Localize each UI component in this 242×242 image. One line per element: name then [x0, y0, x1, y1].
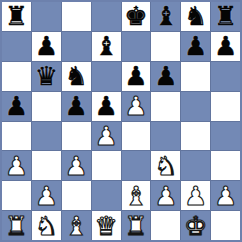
piece-white-knight[interactable]: ♞	[154, 153, 177, 179]
square-f6[interactable]: ♟	[151, 62, 180, 91]
square-e5[interactable]: ♟	[122, 92, 151, 121]
piece-white-queen[interactable]: ♛	[94, 213, 117, 239]
piece-black-rook[interactable]: ♜	[214, 3, 237, 29]
square-c3[interactable]: ♟	[62, 151, 91, 180]
square-b8[interactable]	[32, 2, 61, 31]
square-f7[interactable]	[151, 32, 180, 61]
square-c8[interactable]	[62, 2, 91, 31]
square-a6[interactable]	[2, 62, 31, 91]
piece-black-queen[interactable]: ♛	[35, 63, 58, 89]
square-d8[interactable]	[92, 2, 121, 31]
square-c6[interactable]: ♞	[62, 62, 91, 91]
square-e1[interactable]: ♜	[122, 211, 151, 240]
piece-black-pawn[interactable]: ♟	[94, 93, 117, 119]
square-h1[interactable]	[211, 211, 240, 240]
piece-white-pawn[interactable]: ♟	[94, 123, 117, 149]
square-e4[interactable]	[122, 122, 151, 151]
square-d1[interactable]: ♛	[92, 211, 121, 240]
square-c7[interactable]	[62, 32, 91, 61]
square-b1[interactable]: ♞	[32, 211, 61, 240]
square-c5[interactable]: ♟	[62, 92, 91, 121]
piece-black-pawn[interactable]: ♟	[124, 63, 147, 89]
square-f5[interactable]	[151, 92, 180, 121]
square-d5[interactable]: ♟	[92, 92, 121, 121]
square-c4[interactable]	[62, 122, 91, 151]
square-a8[interactable]: ♜	[2, 2, 31, 31]
piece-white-pawn[interactable]: ♟	[214, 183, 237, 209]
square-g8[interactable]: ♞	[181, 2, 210, 31]
square-c1[interactable]: ♝	[62, 211, 91, 240]
piece-white-bishop[interactable]: ♝	[124, 183, 147, 209]
square-e2[interactable]: ♝	[122, 181, 151, 210]
piece-black-knight[interactable]: ♞	[65, 63, 88, 89]
square-b2[interactable]: ♟	[32, 181, 61, 210]
square-d3[interactable]	[92, 151, 121, 180]
piece-black-pawn[interactable]: ♟	[154, 63, 177, 89]
piece-black-bishop[interactable]: ♝	[94, 33, 117, 59]
piece-black-pawn[interactable]: ♟	[35, 33, 58, 59]
piece-white-king[interactable]: ♚	[184, 213, 207, 239]
piece-white-knight[interactable]: ♞	[35, 213, 58, 239]
square-a2[interactable]	[2, 181, 31, 210]
piece-black-knight[interactable]: ♞	[184, 3, 207, 29]
piece-black-pawn[interactable]: ♟	[214, 33, 237, 59]
square-f4[interactable]	[151, 122, 180, 151]
square-d7[interactable]: ♝	[92, 32, 121, 61]
piece-black-king[interactable]: ♚	[124, 3, 147, 29]
piece-white-rook[interactable]: ♜	[5, 213, 28, 239]
square-g2[interactable]: ♟	[181, 181, 210, 210]
square-d6[interactable]	[92, 62, 121, 91]
square-d4[interactable]: ♟	[92, 122, 121, 151]
square-a7[interactable]	[2, 32, 31, 61]
square-g7[interactable]: ♟	[181, 32, 210, 61]
square-h2[interactable]: ♟	[211, 181, 240, 210]
square-g1[interactable]: ♚	[181, 211, 210, 240]
square-h5[interactable]	[211, 92, 240, 121]
square-f3[interactable]: ♞	[151, 151, 180, 180]
square-a3[interactable]: ♟	[2, 151, 31, 180]
square-g4[interactable]	[181, 122, 210, 151]
square-h4[interactable]	[211, 122, 240, 151]
square-b6[interactable]: ♛	[32, 62, 61, 91]
piece-white-bishop[interactable]: ♝	[65, 213, 88, 239]
square-d2[interactable]	[92, 181, 121, 210]
square-e8[interactable]: ♚	[122, 2, 151, 31]
square-h8[interactable]: ♜	[211, 2, 240, 31]
square-e3[interactable]	[122, 151, 151, 180]
square-h6[interactable]	[211, 62, 240, 91]
chess-board: ♜♚♝♞♜♟♝♟♟♛♞♟♟♟♟♟♟♟♟♟♞♟♝♟♟♟♜♞♝♛♜♚	[0, 0, 242, 242]
piece-black-bishop[interactable]: ♝	[154, 3, 177, 29]
square-g3[interactable]	[181, 151, 210, 180]
square-b5[interactable]	[32, 92, 61, 121]
piece-black-pawn[interactable]: ♟	[5, 93, 28, 119]
piece-white-pawn[interactable]: ♟	[5, 153, 28, 179]
square-f2[interactable]: ♟	[151, 181, 180, 210]
square-g6[interactable]	[181, 62, 210, 91]
square-b7[interactable]: ♟	[32, 32, 61, 61]
piece-white-pawn[interactable]: ♟	[35, 183, 58, 209]
square-a5[interactable]: ♟	[2, 92, 31, 121]
piece-white-pawn[interactable]: ♟	[65, 153, 88, 179]
square-b3[interactable]	[32, 151, 61, 180]
piece-white-pawn[interactable]: ♟	[124, 93, 147, 119]
square-a4[interactable]	[2, 122, 31, 151]
piece-black-pawn[interactable]: ♟	[65, 93, 88, 119]
piece-black-rook[interactable]: ♜	[5, 3, 28, 29]
square-g5[interactable]	[181, 92, 210, 121]
piece-white-pawn[interactable]: ♟	[154, 183, 177, 209]
piece-white-rook[interactable]: ♜	[124, 213, 147, 239]
square-h7[interactable]: ♟	[211, 32, 240, 61]
square-f8[interactable]: ♝	[151, 2, 180, 31]
piece-white-pawn[interactable]: ♟	[184, 183, 207, 209]
square-b4[interactable]	[32, 122, 61, 151]
square-e7[interactable]	[122, 32, 151, 61]
square-h3[interactable]	[211, 151, 240, 180]
piece-black-pawn[interactable]: ♟	[184, 33, 207, 59]
square-c2[interactable]	[62, 181, 91, 210]
square-f1[interactable]	[151, 211, 180, 240]
square-e6[interactable]: ♟	[122, 62, 151, 91]
square-a1[interactable]: ♜	[2, 211, 31, 240]
